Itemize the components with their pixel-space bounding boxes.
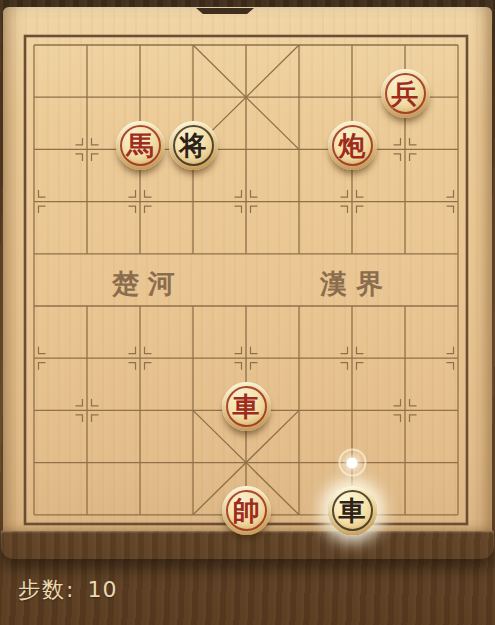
piece-black-general[interactable]: 将 [169, 121, 218, 170]
piece-red-chariot[interactable]: 車 [222, 382, 271, 431]
river-label-right: 漢界 [319, 268, 392, 299]
piece-black-chariot[interactable]: 車 [328, 486, 377, 535]
piece-glyph: 兵 [381, 69, 430, 118]
piece-red-cannon[interactable]: 炮 [328, 121, 377, 170]
piece-glyph: 車 [222, 382, 271, 431]
move-indicator-dot [347, 457, 358, 468]
piece-glyph: 馬 [116, 121, 165, 170]
piece-red-horse[interactable]: 馬 [116, 121, 165, 170]
piece-glyph: 将 [169, 121, 218, 170]
step-counter: 步数:10 [18, 575, 117, 605]
step-counter-value: 10 [87, 577, 117, 602]
river-label-left: 楚河 [111, 268, 184, 299]
piece-glyph: 炮 [328, 121, 377, 170]
step-counter-label: 步数: [18, 577, 75, 602]
piece-glyph: 帥 [222, 486, 271, 535]
piece-red-soldier[interactable]: 兵 [381, 69, 430, 118]
piece-red-general[interactable]: 帥 [222, 486, 271, 535]
piece-glyph: 車 [328, 486, 377, 535]
xiangqi-game-screen: 楚河 漢界 兵馬将炮車帥車 步数:10 [0, 0, 495, 625]
